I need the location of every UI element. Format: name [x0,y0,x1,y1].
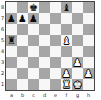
square-e4[interactable] [50,46,61,57]
square-c7[interactable]: ♟ [28,13,39,24]
square-h6[interactable] [83,24,94,35]
square-c2[interactable] [28,68,39,79]
file-label-a: a [6,91,17,99]
square-g8[interactable] [72,2,83,13]
file-labels: abcdefgh [6,91,94,99]
square-e2[interactable] [50,68,61,79]
square-f7[interactable] [61,13,72,24]
square-g4[interactable] [72,46,83,57]
square-c4[interactable] [28,46,39,57]
square-c8[interactable]: ♚ [28,2,39,13]
square-b2[interactable] [17,68,28,79]
chess-board: ♚♝♟♟♟♜♝♟♟♟♜♚ [5,1,95,91]
square-g5[interactable] [72,35,83,46]
black-rook[interactable]: ♜ [6,35,17,46]
square-h3[interactable] [83,57,94,68]
square-d2[interactable] [39,68,50,79]
square-e1[interactable] [50,79,61,90]
square-e3[interactable] [50,57,61,68]
square-d7[interactable] [39,13,50,24]
file-label-f: f [61,91,72,99]
white-king[interactable]: ♚ [72,79,83,90]
square-b6[interactable] [17,24,28,35]
square-f6[interactable] [61,24,72,35]
square-e8[interactable] [50,2,61,13]
square-d5[interactable] [39,35,50,46]
square-e5[interactable] [50,35,61,46]
square-f3[interactable] [61,57,72,68]
square-d3[interactable] [39,57,50,68]
square-h4[interactable] [83,46,94,57]
square-f1[interactable]: ♜ [61,79,72,90]
square-b7[interactable]: ♟ [17,13,28,24]
square-c5[interactable] [28,35,39,46]
square-g7[interactable] [72,13,83,24]
square-g1[interactable]: ♚ [72,79,83,90]
square-b1[interactable] [17,79,28,90]
square-a6[interactable] [6,24,17,35]
black-bishop[interactable]: ♝ [61,2,72,13]
file-label-g: g [72,91,83,99]
square-h8[interactable] [83,2,94,13]
square-g6[interactable] [72,24,83,35]
square-e7[interactable] [50,13,61,24]
square-f4[interactable] [61,46,72,57]
square-a7[interactable]: ♟ [6,13,17,24]
black-pawn[interactable]: ♟ [6,13,17,24]
square-c1[interactable] [28,79,39,90]
file-label-d: d [39,91,50,99]
square-g2[interactable] [72,68,83,79]
file-label-h: h [83,91,94,99]
chess-diagram: 87654321 ♚♝♟♟♟♜♝♟♟♟♜♚ abcdefgh [0,0,101,100]
black-king[interactable]: ♚ [28,2,39,13]
square-b8[interactable] [17,2,28,13]
square-h7[interactable] [83,13,94,24]
square-c6[interactable] [28,24,39,35]
square-a5[interactable]: ♜ [6,35,17,46]
white-bishop[interactable]: ♝ [61,35,72,46]
square-g3[interactable]: ♟ [72,57,83,68]
square-c3[interactable] [28,57,39,68]
square-e6[interactable] [50,24,61,35]
black-pawn[interactable]: ♟ [17,13,28,24]
square-a4[interactable] [6,46,17,57]
square-b4[interactable] [17,46,28,57]
square-f8[interactable]: ♝ [61,2,72,13]
white-pawn[interactable]: ♟ [83,68,94,79]
white-pawn[interactable]: ♟ [72,57,83,68]
square-h1[interactable] [83,79,94,90]
square-a3[interactable] [6,57,17,68]
square-a8[interactable] [6,2,17,13]
file-label-b: b [17,91,28,99]
black-pawn[interactable]: ♟ [28,13,39,24]
square-h5[interactable] [83,35,94,46]
file-label-c: c [28,91,39,99]
square-f5[interactable]: ♝ [61,35,72,46]
white-pawn[interactable]: ♟ [61,68,72,79]
square-d1[interactable] [39,79,50,90]
square-a1[interactable] [6,79,17,90]
square-d8[interactable] [39,2,50,13]
square-a2[interactable] [6,68,17,79]
file-label-e: e [50,91,61,99]
square-h2[interactable]: ♟ [83,68,94,79]
square-f2[interactable]: ♟ [61,68,72,79]
square-b5[interactable] [17,35,28,46]
square-d6[interactable] [39,24,50,35]
square-b3[interactable] [17,57,28,68]
square-d4[interactable] [39,46,50,57]
white-rook[interactable]: ♜ [61,79,72,90]
